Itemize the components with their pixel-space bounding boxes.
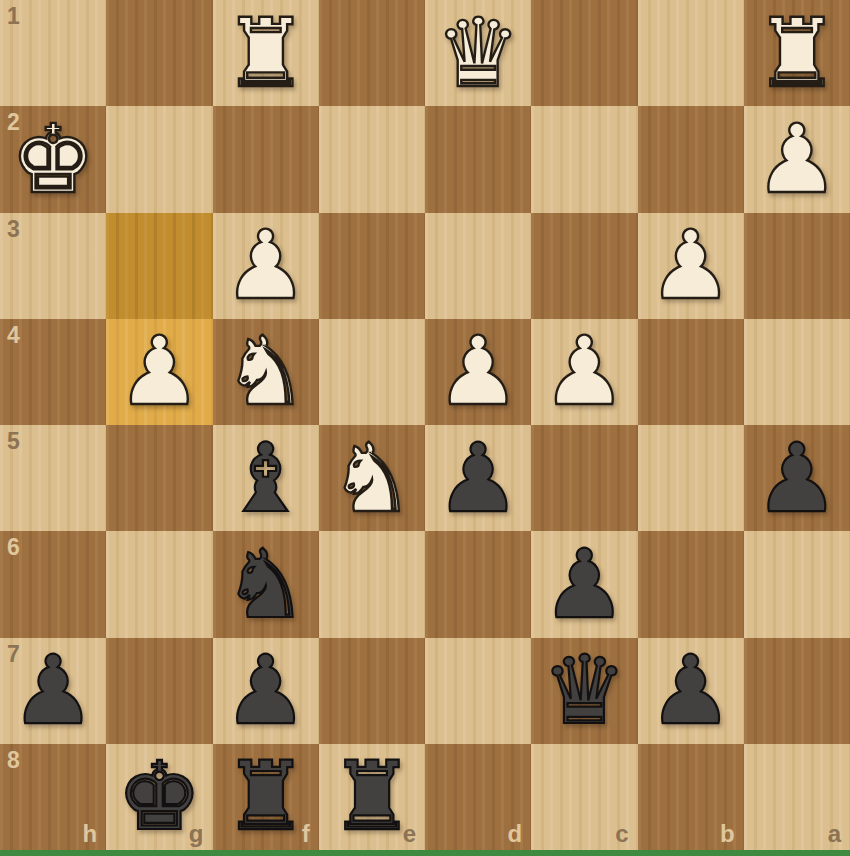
square-e5[interactable]: ♞ bbox=[319, 425, 425, 531]
square-b7[interactable]: ♟ bbox=[638, 638, 744, 744]
square-g4[interactable]: ♟ bbox=[106, 319, 212, 425]
piece-black-rook[interactable]: ♜ bbox=[329, 749, 414, 844]
square-e6[interactable] bbox=[319, 531, 425, 637]
square-h6[interactable]: 6 bbox=[0, 531, 106, 637]
piece-white-knight[interactable]: ♞ bbox=[223, 324, 308, 419]
square-a2[interactable]: ♟ bbox=[744, 106, 850, 212]
square-h3[interactable]: 3 bbox=[0, 213, 106, 319]
piece-white-rook[interactable]: ♜ bbox=[223, 6, 308, 101]
square-g8[interactable]: g♚ bbox=[106, 744, 212, 850]
square-d1[interactable]: ♛ bbox=[425, 0, 531, 106]
square-f5[interactable]: ♝ bbox=[213, 425, 319, 531]
piece-white-pawn[interactable]: ♟ bbox=[436, 324, 521, 419]
square-c6[interactable]: ♟ bbox=[531, 531, 637, 637]
square-h4[interactable]: 4 bbox=[0, 319, 106, 425]
piece-black-bishop[interactable]: ♝ bbox=[223, 431, 308, 526]
square-d3[interactable] bbox=[425, 213, 531, 319]
square-f8[interactable]: f♜ bbox=[213, 744, 319, 850]
square-b4[interactable] bbox=[638, 319, 744, 425]
piece-black-pawn[interactable]: ♟ bbox=[436, 431, 521, 526]
square-a3[interactable] bbox=[744, 213, 850, 319]
square-e2[interactable] bbox=[319, 106, 425, 212]
square-f3[interactable]: ♟ bbox=[213, 213, 319, 319]
piece-white-king[interactable]: ♚ bbox=[11, 112, 96, 207]
square-f1[interactable]: ♜ bbox=[213, 0, 319, 106]
rank-label-8: 8 bbox=[7, 747, 20, 774]
square-c5[interactable] bbox=[531, 425, 637, 531]
square-h2[interactable]: 2♚ bbox=[0, 106, 106, 212]
square-c3[interactable] bbox=[531, 213, 637, 319]
square-f2[interactable] bbox=[213, 106, 319, 212]
square-g5[interactable] bbox=[106, 425, 212, 531]
square-b5[interactable] bbox=[638, 425, 744, 531]
piece-black-pawn[interactable]: ♟ bbox=[648, 643, 733, 738]
piece-black-king[interactable]: ♚ bbox=[117, 749, 202, 844]
square-b8[interactable]: b bbox=[638, 744, 744, 850]
piece-white-knight[interactable]: ♞ bbox=[329, 431, 414, 526]
rank-label-3: 3 bbox=[7, 216, 20, 243]
square-c2[interactable] bbox=[531, 106, 637, 212]
piece-white-queen[interactable]: ♛ bbox=[436, 6, 521, 101]
square-c8[interactable]: c bbox=[531, 744, 637, 850]
file-label-b: b bbox=[720, 820, 735, 848]
piece-white-rook[interactable]: ♜ bbox=[754, 6, 839, 101]
square-b6[interactable] bbox=[638, 531, 744, 637]
piece-black-queen[interactable]: ♛ bbox=[542, 643, 627, 738]
square-f4[interactable]: ♞ bbox=[213, 319, 319, 425]
square-d6[interactable] bbox=[425, 531, 531, 637]
piece-black-pawn[interactable]: ♟ bbox=[223, 643, 308, 738]
chess-app: 1♜♛♜2♚♟3♟♟4♟♞♟♟5♝♞♟♟6♞♟7♟♟♛♟8hg♚f♜e♜dcba bbox=[0, 0, 850, 856]
file-label-h: h bbox=[83, 820, 98, 848]
rank-label-6: 6 bbox=[7, 534, 20, 561]
square-d7[interactable] bbox=[425, 638, 531, 744]
file-label-a: a bbox=[828, 820, 841, 848]
file-label-c: c bbox=[615, 820, 628, 848]
square-d8[interactable]: d bbox=[425, 744, 531, 850]
square-d2[interactable] bbox=[425, 106, 531, 212]
square-g2[interactable] bbox=[106, 106, 212, 212]
square-f7[interactable]: ♟ bbox=[213, 638, 319, 744]
rank-label-5: 5 bbox=[7, 428, 20, 455]
square-c4[interactable]: ♟ bbox=[531, 319, 637, 425]
rank-label-1: 1 bbox=[7, 3, 20, 30]
square-f6[interactable]: ♞ bbox=[213, 531, 319, 637]
square-h8[interactable]: 8h bbox=[0, 744, 106, 850]
square-d4[interactable]: ♟ bbox=[425, 319, 531, 425]
square-b2[interactable] bbox=[638, 106, 744, 212]
piece-white-pawn[interactable]: ♟ bbox=[223, 218, 308, 313]
square-a4[interactable] bbox=[744, 319, 850, 425]
square-c7[interactable]: ♛ bbox=[531, 638, 637, 744]
square-g3[interactable] bbox=[106, 213, 212, 319]
square-h1[interactable]: 1 bbox=[0, 0, 106, 106]
chess-board: 1♜♛♜2♚♟3♟♟4♟♞♟♟5♝♞♟♟6♞♟7♟♟♛♟8hg♚f♜e♜dcba bbox=[0, 0, 850, 850]
piece-white-pawn[interactable]: ♟ bbox=[117, 324, 202, 419]
square-a8[interactable]: a bbox=[744, 744, 850, 850]
square-g7[interactable] bbox=[106, 638, 212, 744]
square-b3[interactable]: ♟ bbox=[638, 213, 744, 319]
square-e4[interactable] bbox=[319, 319, 425, 425]
square-e7[interactable] bbox=[319, 638, 425, 744]
piece-black-pawn[interactable]: ♟ bbox=[754, 431, 839, 526]
piece-white-pawn[interactable]: ♟ bbox=[648, 218, 733, 313]
piece-black-rook[interactable]: ♜ bbox=[223, 749, 308, 844]
square-a7[interactable] bbox=[744, 638, 850, 744]
square-h7[interactable]: 7♟ bbox=[0, 638, 106, 744]
piece-white-pawn[interactable]: ♟ bbox=[754, 112, 839, 207]
square-a5[interactable]: ♟ bbox=[744, 425, 850, 531]
file-label-d: d bbox=[508, 820, 523, 848]
square-g1[interactable] bbox=[106, 0, 212, 106]
piece-black-knight[interactable]: ♞ bbox=[223, 537, 308, 632]
rank-label-4: 4 bbox=[7, 322, 20, 349]
square-a6[interactable] bbox=[744, 531, 850, 637]
square-a1[interactable]: ♜ bbox=[744, 0, 850, 106]
square-d5[interactable]: ♟ bbox=[425, 425, 531, 531]
piece-black-pawn[interactable]: ♟ bbox=[542, 537, 627, 632]
square-e3[interactable] bbox=[319, 213, 425, 319]
piece-black-pawn[interactable]: ♟ bbox=[11, 643, 96, 738]
square-c1[interactable] bbox=[531, 0, 637, 106]
square-e8[interactable]: e♜ bbox=[319, 744, 425, 850]
square-g6[interactable] bbox=[106, 531, 212, 637]
board-bottom-edge bbox=[0, 850, 850, 856]
square-e1[interactable] bbox=[319, 0, 425, 106]
square-h5[interactable]: 5 bbox=[0, 425, 106, 531]
square-b1[interactable] bbox=[638, 0, 744, 106]
piece-white-pawn[interactable]: ♟ bbox=[542, 324, 627, 419]
